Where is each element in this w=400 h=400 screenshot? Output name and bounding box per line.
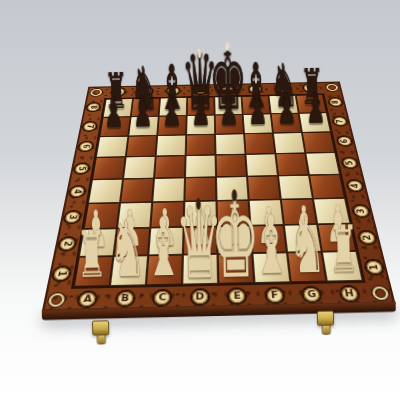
- board-tilt-wrapper: ABCDEFGH ABCDEFGH 87654321 87654321 ♜♞♝♛…: [0, 0, 400, 400]
- crown-tip-accent: [197, 49, 201, 58]
- piece-black-pawn[interactable]: ♟: [103, 92, 124, 135]
- piece-white-rook[interactable]: ♜: [328, 217, 359, 282]
- piece-black-pawn[interactable]: ♟: [132, 92, 153, 135]
- piece-white-bishop[interactable]: ♝: [252, 206, 291, 287]
- crown-tip-accent: [225, 42, 229, 51]
- pieces-layer: ♜♞♝♛♚♝♞♜♟♟♟♟♟♟♟♟♟♟♟♟♟♟♟♟♜♞♝♛♚♝♞♜: [0, 0, 400, 400]
- piece-white-rook[interactable]: ♜: [76, 222, 107, 287]
- piece-white-knight[interactable]: ♞: [108, 211, 146, 290]
- crown-tip-accent: [232, 189, 237, 201]
- piece-black-pawn[interactable]: ♟: [277, 89, 298, 132]
- photo-background: ABCDEFGH ABCDEFGH 87654321 87654321 ♜♞♝♛…: [0, 0, 400, 400]
- piece-black-pawn[interactable]: ♟: [248, 89, 269, 132]
- crown-tip-accent: [196, 198, 201, 209]
- piece-black-pawn[interactable]: ♟: [190, 90, 211, 133]
- piece-white-knight[interactable]: ♞: [289, 207, 327, 286]
- piece-black-pawn[interactable]: ♟: [219, 90, 240, 133]
- piece-black-pawn[interactable]: ♟: [161, 91, 182, 134]
- piece-black-pawn[interactable]: ♟: [305, 88, 326, 131]
